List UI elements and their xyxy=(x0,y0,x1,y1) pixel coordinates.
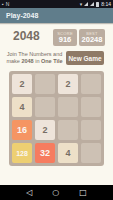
board-cell-empty xyxy=(81,97,101,117)
signal-icon xyxy=(84,2,88,6)
board-cell-empty xyxy=(81,143,101,163)
score-box: SCORE 916 xyxy=(53,29,77,46)
tile-4: 4 xyxy=(12,97,32,117)
new-game-button[interactable]: New Game xyxy=(66,51,104,65)
board-cell-empty xyxy=(35,97,55,117)
tile-32: 32 xyxy=(35,143,55,163)
battery-icon xyxy=(96,2,99,7)
tile-16: 16 xyxy=(12,120,32,140)
recents-button[interactable]: □ xyxy=(79,185,87,200)
tile-2: 2 xyxy=(12,74,32,94)
best-value: 20248 xyxy=(82,36,103,44)
instructions-text: Join The Numbers and make 2048 in One Ti… xyxy=(4,51,65,65)
android-nav-bar: ◁ ○ □ xyxy=(0,185,113,200)
app-bar: Play-2048 xyxy=(0,8,113,23)
score-value: 916 xyxy=(59,36,72,44)
game-title: 2048 xyxy=(13,29,40,43)
tile-2: 2 xyxy=(58,74,78,94)
notification-icon-1: ▪ xyxy=(2,0,4,8)
status-time: 8:14 xyxy=(101,0,111,8)
board[interactable]: 224162128324 xyxy=(9,71,104,166)
signal-icon-2 xyxy=(90,2,94,6)
board-cell-empty xyxy=(81,120,101,140)
wifi-icon: ▾ xyxy=(80,0,83,8)
phone-screen: ▪ N ▾ 8:14 Play-2048 2048 SCORE 916 BEST… xyxy=(0,0,113,200)
tile-128: 128 xyxy=(12,143,32,163)
home-button[interactable]: ○ xyxy=(52,185,59,200)
board-cell-empty xyxy=(81,74,101,94)
tile-4: 4 xyxy=(58,143,78,163)
board-cell-empty xyxy=(58,120,78,140)
board-cell-empty xyxy=(35,74,55,94)
tile-2: 2 xyxy=(35,120,55,140)
back-button[interactable]: ◁ xyxy=(26,185,32,200)
app-title: Play-2048 xyxy=(6,12,38,19)
board-cell-empty xyxy=(58,97,78,117)
notification-icon-2: N xyxy=(6,0,10,8)
status-bar: ▪ N ▾ 8:14 xyxy=(0,0,113,8)
best-box: BEST 20248 xyxy=(79,29,105,46)
